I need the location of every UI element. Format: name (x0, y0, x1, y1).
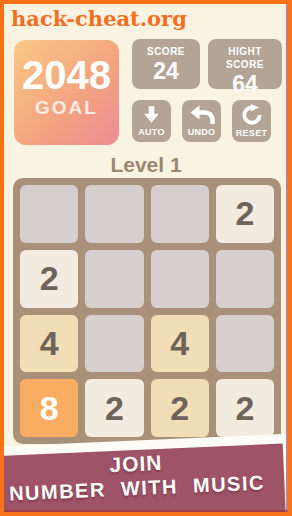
undo-button[interactable]: UNDO (182, 100, 221, 142)
frame-inner-edge-bottom (4, 510, 288, 512)
auto-button[interactable]: AUTO (132, 100, 171, 142)
level-label: Level 1 (4, 153, 288, 177)
watermark-site-label: hack-cheat.org (11, 6, 187, 31)
undo-button-label: UNDO (188, 127, 216, 137)
goal-tile: 2048 GOAL (14, 40, 119, 145)
reset-button[interactable]: RESET (232, 100, 271, 142)
app-window: hack-cheat.org 2048 GOAL SCORE 24 HIGHT … (0, 0, 292, 516)
goal-number: 2048 (14, 54, 119, 96)
cell-empty-r1c1 (20, 185, 78, 243)
high-score-label: HIGHT SCORE (208, 45, 282, 71)
cell-empty-r3c2 (85, 315, 143, 373)
tile-8-r4c1: 8 (20, 379, 78, 437)
reset-arrow-icon (241, 104, 263, 126)
board-4x4[interactable]: 22448222 (13, 178, 281, 444)
tile-2-r4c4: 2 (216, 379, 274, 437)
tile-2-r2c1: 2 (20, 250, 78, 308)
arrow-down-icon (141, 104, 162, 125)
cell-empty-r2c3 (151, 250, 209, 308)
cell-empty-r3c4 (216, 315, 274, 373)
auto-button-label: AUTO (138, 127, 165, 137)
high-score-value: 64 (208, 71, 282, 97)
tile-2-r1c4: 2 (216, 185, 274, 243)
promo-banner: JOIN NUMBER WITH MUSIC (0, 444, 287, 516)
reset-button-label: RESET (236, 128, 268, 138)
tile-2-r4c2: 2 (85, 379, 143, 437)
cell-empty-r2c4 (216, 250, 274, 308)
cell-empty-r1c3 (151, 185, 209, 243)
undo-arrow-icon (189, 104, 215, 125)
goal-label: GOAL (14, 96, 119, 120)
tile-2-r4c3: 2 (151, 379, 209, 437)
tile-4-r3c3: 4 (151, 315, 209, 373)
frame-inner-edge-right (286, 4, 288, 512)
score-box: SCORE 24 (132, 39, 200, 89)
cell-empty-r2c2 (85, 250, 143, 308)
score-label: SCORE (132, 45, 200, 58)
score-value: 24 (132, 58, 200, 84)
cell-empty-r1c2 (85, 185, 143, 243)
high-score-box: HIGHT SCORE 64 (208, 39, 282, 89)
tile-4-r3c1: 4 (20, 315, 78, 373)
